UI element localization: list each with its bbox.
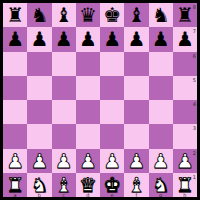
chess-board-frame: ♜♞♝♛♚♝♞♜8♟♟♟♟♟♟♟♟76543♟♟♟♟♟♟♟♟2♜a♞b♝c♛d♚… <box>0 0 200 200</box>
square-h7[interactable]: ♟7 <box>173 27 197 51</box>
square-h6[interactable]: 6 <box>173 52 197 76</box>
piece-white-pawn[interactable]: ♟ <box>127 151 145 171</box>
piece-black-king[interactable]: ♚ <box>103 5 121 25</box>
rank-label-6: 6 <box>193 54 196 59</box>
square-e5[interactable] <box>100 76 124 100</box>
square-e4[interactable] <box>100 100 124 124</box>
square-f5[interactable] <box>124 76 148 100</box>
square-b3[interactable] <box>27 124 51 148</box>
square-h5[interactable]: 5 <box>173 76 197 100</box>
square-d4[interactable] <box>76 100 100 124</box>
square-g3[interactable] <box>149 124 173 148</box>
chess-board: ♜♞♝♛♚♝♞♜8♟♟♟♟♟♟♟♟76543♟♟♟♟♟♟♟♟2♜a♞b♝c♛d♚… <box>3 3 197 197</box>
square-g7[interactable]: ♟ <box>149 27 173 51</box>
piece-black-queen[interactable]: ♛ <box>79 5 97 25</box>
square-d1[interactable]: ♛d <box>76 173 100 197</box>
piece-white-pawn[interactable]: ♟ <box>30 151 48 171</box>
piece-black-pawn[interactable]: ♟ <box>30 29 48 49</box>
square-a2[interactable]: ♟ <box>3 149 27 173</box>
square-a1[interactable]: ♜a <box>3 173 27 197</box>
piece-black-rook[interactable]: ♜ <box>6 5 24 25</box>
piece-black-bishop[interactable]: ♝ <box>127 5 145 25</box>
square-f8[interactable]: ♝ <box>124 3 148 27</box>
square-f2[interactable]: ♟ <box>124 149 148 173</box>
piece-white-bishop[interactable]: ♝ <box>127 175 145 195</box>
square-f6[interactable] <box>124 52 148 76</box>
square-c8[interactable]: ♝ <box>52 3 76 27</box>
square-g5[interactable] <box>149 76 173 100</box>
square-g4[interactable] <box>149 100 173 124</box>
piece-black-pawn[interactable]: ♟ <box>176 29 194 49</box>
square-g8[interactable]: ♞ <box>149 3 173 27</box>
square-a5[interactable] <box>3 76 27 100</box>
square-h8[interactable]: ♜8 <box>173 3 197 27</box>
square-c6[interactable] <box>52 52 76 76</box>
square-a8[interactable]: ♜ <box>3 3 27 27</box>
square-f3[interactable] <box>124 124 148 148</box>
piece-white-rook[interactable]: ♜ <box>6 175 24 195</box>
piece-black-pawn[interactable]: ♟ <box>152 29 170 49</box>
piece-black-pawn[interactable]: ♟ <box>55 29 73 49</box>
piece-white-pawn[interactable]: ♟ <box>6 151 24 171</box>
square-b5[interactable] <box>27 76 51 100</box>
piece-white-pawn[interactable]: ♟ <box>55 151 73 171</box>
square-c4[interactable] <box>52 100 76 124</box>
piece-black-pawn[interactable]: ♟ <box>127 29 145 49</box>
square-c3[interactable] <box>52 124 76 148</box>
piece-white-bishop[interactable]: ♝ <box>55 175 73 195</box>
square-h3[interactable]: 3 <box>173 124 197 148</box>
piece-white-pawn[interactable]: ♟ <box>103 151 121 171</box>
square-f7[interactable]: ♟ <box>124 27 148 51</box>
piece-black-pawn[interactable]: ♟ <box>6 29 24 49</box>
square-e8[interactable]: ♚ <box>100 3 124 27</box>
square-g1[interactable]: ♞g <box>149 173 173 197</box>
square-g6[interactable] <box>149 52 173 76</box>
square-a6[interactable] <box>3 52 27 76</box>
square-d2[interactable]: ♟ <box>76 149 100 173</box>
square-f4[interactable] <box>124 100 148 124</box>
rank-label-4: 4 <box>193 102 196 107</box>
square-h4[interactable]: 4 <box>173 100 197 124</box>
rank-label-3: 3 <box>193 126 196 131</box>
piece-black-knight[interactable]: ♞ <box>30 5 48 25</box>
piece-white-knight[interactable]: ♞ <box>30 175 48 195</box>
piece-black-knight[interactable]: ♞ <box>152 5 170 25</box>
piece-white-king[interactable]: ♚ <box>103 175 121 195</box>
square-e7[interactable]: ♟ <box>100 27 124 51</box>
piece-white-pawn[interactable]: ♟ <box>152 151 170 171</box>
piece-black-bishop[interactable]: ♝ <box>55 5 73 25</box>
square-d3[interactable] <box>76 124 100 148</box>
square-e1[interactable]: ♚e <box>100 173 124 197</box>
square-h2[interactable]: ♟2 <box>173 149 197 173</box>
piece-white-rook[interactable]: ♜ <box>176 175 194 195</box>
square-g2[interactable]: ♟ <box>149 149 173 173</box>
square-c5[interactable] <box>52 76 76 100</box>
square-c7[interactable]: ♟ <box>52 27 76 51</box>
square-d5[interactable] <box>76 76 100 100</box>
square-c1[interactable]: ♝c <box>52 173 76 197</box>
piece-white-queen[interactable]: ♛ <box>79 175 97 195</box>
piece-black-pawn[interactable]: ♟ <box>103 29 121 49</box>
square-d7[interactable]: ♟ <box>76 27 100 51</box>
square-e2[interactable]: ♟ <box>100 149 124 173</box>
square-b6[interactable] <box>27 52 51 76</box>
piece-white-knight[interactable]: ♞ <box>152 175 170 195</box>
piece-black-rook[interactable]: ♜ <box>176 5 194 25</box>
piece-white-pawn[interactable]: ♟ <box>79 151 97 171</box>
square-e6[interactable] <box>100 52 124 76</box>
square-a4[interactable] <box>3 100 27 124</box>
square-a3[interactable] <box>3 124 27 148</box>
piece-white-pawn[interactable]: ♟ <box>176 151 194 171</box>
square-b1[interactable]: ♞b <box>27 173 51 197</box>
square-c2[interactable]: ♟ <box>52 149 76 173</box>
piece-black-pawn[interactable]: ♟ <box>79 29 97 49</box>
square-f1[interactable]: ♝f <box>124 173 148 197</box>
square-b2[interactable]: ♟ <box>27 149 51 173</box>
rank-label-5: 5 <box>193 78 196 83</box>
square-b4[interactable] <box>27 100 51 124</box>
square-b7[interactable]: ♟ <box>27 27 51 51</box>
square-e3[interactable] <box>100 124 124 148</box>
square-d6[interactable] <box>76 52 100 76</box>
square-h1[interactable]: ♜h1 <box>173 173 197 197</box>
square-a7[interactable]: ♟ <box>3 27 27 51</box>
square-d8[interactable]: ♛ <box>76 3 100 27</box>
square-b8[interactable]: ♞ <box>27 3 51 27</box>
